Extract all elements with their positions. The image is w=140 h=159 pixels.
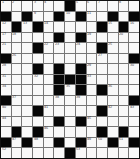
crossword-cell[interactable]: 36 [108,85,118,95]
crossword-cell[interactable] [129,117,139,127]
clue-number: 2 [12,0,14,3]
block-cell [65,75,75,85]
block-cell [33,106,43,116]
clue-number: 29 [87,63,91,66]
crossword-cell[interactable]: 52 [1,148,11,158]
crossword-cell[interactable] [87,106,97,116]
crossword-cell[interactable]: 13 [22,22,32,32]
crossword-cell[interactable]: 53 [76,148,86,158]
block-cell [1,138,11,148]
crossword-cell[interactable] [65,117,75,127]
crossword-cell[interactable] [108,117,118,127]
crossword-cell[interactable] [22,148,32,158]
crossword-cell[interactable] [44,12,54,22]
crossword-cell[interactable] [65,43,75,53]
crossword-cell[interactable] [12,148,22,158]
crossword-cell[interactable] [108,54,118,64]
crossword-cell[interactable] [76,54,86,64]
block-cell [97,85,107,95]
crossword-cell[interactable] [22,54,32,64]
block-cell [1,54,11,64]
block-cell [108,138,118,148]
crossword-cell[interactable] [54,54,64,64]
crossword-cell[interactable] [22,43,32,53]
crossword-cell[interactable]: 45 [87,117,97,127]
crossword-cell[interactable] [108,33,118,43]
clue-number: 3 [34,0,36,3]
crossword-cell[interactable]: 18 [12,33,22,43]
clue-number: 37 [12,95,16,98]
crossword-cell[interactable] [22,75,32,85]
crossword-cell[interactable]: 32 [33,75,43,85]
clue-number: 46 [44,126,48,129]
crossword-cell[interactable]: 42 [108,106,118,116]
crossword-cell[interactable] [87,96,97,106]
crossword-cell[interactable] [119,96,129,106]
crossword-cell[interactable] [87,54,97,64]
clue-number: 28 [2,63,6,66]
clue-number: 41 [44,105,48,108]
crossword-cell[interactable]: 14 [44,22,54,32]
crossword-cell[interactable] [129,75,139,85]
block-cell [119,22,129,32]
crossword-cell[interactable]: 30 [129,64,139,74]
crossword-cell[interactable]: 22 [44,43,54,53]
crossword-cell[interactable]: 10 [65,12,75,22]
clue-number: 17 [2,32,6,35]
crossword-cell[interactable] [108,96,118,106]
crossword-cell[interactable]: 1 [1,1,11,11]
block-cell [119,127,129,137]
crossword-cell[interactable]: 26 [12,54,22,64]
crossword-cell[interactable] [33,54,43,64]
clue-number: 31 [2,74,6,77]
clue-number: 30 [130,63,134,66]
clue-number: 39 [76,95,80,98]
clue-number: 25 [108,42,112,45]
crossword-cell[interactable]: 8 [119,1,129,11]
crossword-cell[interactable] [44,138,54,148]
block-cell [33,22,43,32]
crossword-cell[interactable] [97,33,107,43]
clue-number: 48 [34,137,38,140]
crossword-cell[interactable] [65,22,75,32]
crossword-cell[interactable] [54,106,64,116]
crossword-cell[interactable] [22,117,32,127]
crossword-cell[interactable] [119,12,129,22]
clue-number: 7 [98,0,100,3]
crossword-cell[interactable] [97,75,107,85]
crossword-cell[interactable] [22,33,32,43]
block-cell [97,43,107,53]
block-cell [129,96,139,106]
clue-number: 9 [34,11,36,14]
clue-number: 35 [66,84,70,87]
crossword-cell[interactable] [12,85,22,95]
crossword-cell[interactable]: 5 [76,1,86,11]
crossword-cell[interactable] [108,127,118,137]
crossword-cell[interactable]: 31 [1,75,11,85]
clue-number: 20 [119,32,123,35]
crossword-cell[interactable] [108,148,118,158]
crossword-cell[interactable] [87,43,97,53]
crossword-cell[interactable]: 24 [76,43,86,53]
block-cell [65,1,75,11]
clue-number: 42 [108,105,112,108]
clue-number: 6 [87,0,89,3]
crossword-cell[interactable] [22,96,32,106]
crossword-cell[interactable]: 39 [76,96,86,106]
crossword-cell[interactable] [129,85,139,95]
crossword-cell[interactable] [97,96,107,106]
clue-number: 38 [55,95,59,98]
crossword-cell[interactable]: 34 [1,85,11,95]
crossword-cell[interactable] [22,127,32,137]
crossword-cell[interactable] [22,1,32,11]
crossword-cell[interactable] [119,54,129,64]
clue-number: 52 [2,147,6,150]
crossword-cell[interactable]: 38 [54,96,64,106]
block-cell [33,43,43,53]
crossword-cell[interactable] [44,117,54,127]
clue-number: 1 [2,0,4,3]
block-cell [54,75,64,85]
clue-number: 27 [98,53,102,56]
clue-number: 22 [44,42,48,45]
block-cell [22,12,32,22]
block-cell [76,12,86,22]
crossword-cell[interactable] [129,33,139,43]
clue-number: 53 [76,147,80,150]
clue-number: 24 [76,42,80,45]
crossword-cell[interactable] [119,117,129,127]
crossword-cell[interactable]: 33 [87,75,97,85]
block-cell [54,33,64,43]
crossword-cell[interactable] [44,96,54,106]
crossword-cell[interactable]: 44 [1,117,11,127]
crossword-cell[interactable] [119,43,129,53]
crossword-cell[interactable]: 2 [12,1,22,11]
crossword-cell[interactable] [65,33,75,43]
block-cell [129,54,139,64]
clue-number: 51 [119,137,123,140]
block-cell [65,148,75,158]
crossword-cell[interactable]: 6 [87,1,97,11]
crossword-cell[interactable]: 4 [44,1,54,11]
crossword-cell[interactable] [33,117,43,127]
crossword-cell[interactable]: 19 [87,33,97,43]
crossword-cell[interactable] [129,43,139,53]
clue-number: 23 [55,42,59,45]
clue-number: 34 [2,84,6,87]
crossword-cell[interactable] [129,127,139,137]
crossword-cell[interactable] [12,75,22,85]
crossword-cell[interactable]: 21 [1,43,11,53]
crossword-cell[interactable]: 40 [1,106,11,116]
block-cell [76,117,86,127]
crossword-cell[interactable]: 17 [1,33,11,43]
crossword-cell[interactable] [65,106,75,116]
clue-number: 19 [87,32,91,35]
crossword-cell[interactable]: 28 [1,64,11,74]
clue-number: 13 [23,21,27,24]
block-cell [54,64,64,74]
block-cell [12,127,22,137]
clue-number: 33 [87,74,91,77]
crossword-cell[interactable] [54,127,64,137]
crossword-cell[interactable]: 27 [97,54,107,64]
crossword-cell[interactable] [76,127,86,137]
crossword-cell[interactable] [119,64,129,74]
crossword-cell[interactable]: 50 [97,138,107,148]
crossword-cell[interactable] [87,148,97,158]
crossword-cell[interactable] [22,85,32,95]
clue-number: 14 [44,21,48,24]
crossword-cell[interactable]: 37 [12,96,22,106]
block-cell [76,75,86,85]
block-cell [33,64,43,74]
crossword-cell[interactable]: 15 [108,22,118,32]
crossword-cell[interactable] [65,64,75,74]
clue-number: 43 [130,105,134,108]
block-cell [12,22,22,32]
block-cell [33,127,43,137]
block-cell [108,12,118,22]
clue-number: 47 [12,137,16,140]
clue-number: 15 [108,21,112,24]
crossword-cell[interactable] [97,117,107,127]
clue-number: 12 [2,21,6,24]
crossword-cell[interactable]: 9 [33,12,43,22]
block-cell [22,138,32,148]
crossword-cell[interactable] [22,64,32,74]
block-cell [1,12,11,22]
block-cell [76,64,86,74]
crossword-cell[interactable]: 35 [65,85,75,95]
crossword-cell[interactable] [33,85,43,95]
crossword-cell[interactable] [44,148,54,158]
crossword-cell[interactable] [129,1,139,11]
crossword-cell[interactable] [12,64,22,74]
clue-number: 26 [12,53,16,56]
clue-number: 49 [87,137,91,140]
crossword-cell[interactable] [119,75,129,85]
crossword-cell[interactable] [44,64,54,74]
crossword-cell[interactable] [12,12,22,22]
crossword-cell[interactable] [65,96,75,106]
crossword-cell[interactable] [44,85,54,95]
crossword-cell[interactable] [108,1,118,11]
clue-number: 50 [98,137,102,140]
block-cell [97,127,107,137]
crossword-cell[interactable]: 43 [129,106,139,116]
crossword-cell[interactable]: 29 [87,64,97,74]
block-cell [97,22,107,32]
crossword-cell[interactable]: 23 [54,43,64,53]
crossword-cell[interactable] [54,148,64,158]
block-cell [54,117,64,127]
crossword-cell[interactable] [54,22,64,32]
clue-number: 45 [87,116,91,119]
crossword-cell[interactable] [87,85,97,95]
crossword-cell[interactable] [129,148,139,158]
crossword-cell[interactable] [33,96,43,106]
crossword-cell[interactable] [65,138,75,148]
crossword-cell[interactable] [65,127,75,137]
block-cell [54,85,64,95]
crossword-cell[interactable] [22,106,32,116]
block-cell [76,138,86,148]
clue-number: 5 [76,0,78,3]
crossword-cell[interactable] [12,106,22,116]
crossword-cell[interactable] [33,33,43,43]
clue-number: 40 [2,105,6,108]
crossword-cell[interactable]: 12 [1,22,11,32]
crossword-cell[interactable]: 20 [119,33,129,43]
block-cell [54,138,64,148]
crossword-grid: 1234567891011121314151617181920212223242… [0,0,140,159]
crossword-cell[interactable]: 47 [12,138,22,148]
crossword-cell[interactable]: 49 [87,138,97,148]
clue-number: 18 [12,32,16,35]
clue-number: 10 [66,11,70,14]
crossword-cell[interactable] [119,148,129,158]
clue-number: 16 [130,21,134,24]
crossword-cell[interactable]: 51 [119,138,129,148]
crossword-cell[interactable]: 46 [44,127,54,137]
block-cell [129,12,139,22]
crossword-cell[interactable] [97,64,107,74]
crossword-cell[interactable] [108,64,118,74]
clue-number: 21 [2,42,6,45]
clue-number: 4 [44,0,46,3]
clue-number: 32 [34,74,38,77]
crossword-cell[interactable] [76,22,86,32]
crossword-cell[interactable] [87,22,97,32]
clue-number: 36 [108,84,112,87]
crossword-cell[interactable] [44,33,54,43]
crossword-cell[interactable]: 48 [33,138,43,148]
crossword-cell[interactable]: 16 [129,22,139,32]
clue-number: 44 [2,116,6,119]
crossword-cell[interactable] [97,148,107,158]
block-cell [54,12,64,22]
crossword-cell[interactable] [76,106,86,116]
crossword-cell[interactable] [1,127,11,137]
crossword-cell[interactable] [33,148,43,158]
crossword-cell[interactable] [108,75,118,85]
block-cell [129,138,139,148]
crossword-cell[interactable] [12,43,22,53]
block-cell [76,33,86,43]
crossword-cell[interactable] [12,117,22,127]
crossword-cell[interactable] [44,54,54,64]
block-cell [76,85,86,95]
crossword-cell[interactable] [97,12,107,22]
clue-number: 8 [119,0,121,3]
crossword-cell[interactable] [65,54,75,64]
crossword-cell[interactable]: 3 [33,1,43,11]
crossword-cell[interactable] [87,127,97,137]
block-cell [97,106,107,116]
crossword-cell[interactable] [119,85,129,95]
crossword-cell[interactable]: 41 [44,106,54,116]
crossword-cell[interactable]: 7 [97,1,107,11]
crossword-cell[interactable]: 11 [87,12,97,22]
crossword-cell[interactable]: 25 [108,43,118,53]
block-cell [1,96,11,106]
crossword-cell[interactable] [54,1,64,11]
crossword-cell[interactable] [44,75,54,85]
clue-number: 11 [87,11,91,14]
crossword-cell[interactable] [119,106,129,116]
